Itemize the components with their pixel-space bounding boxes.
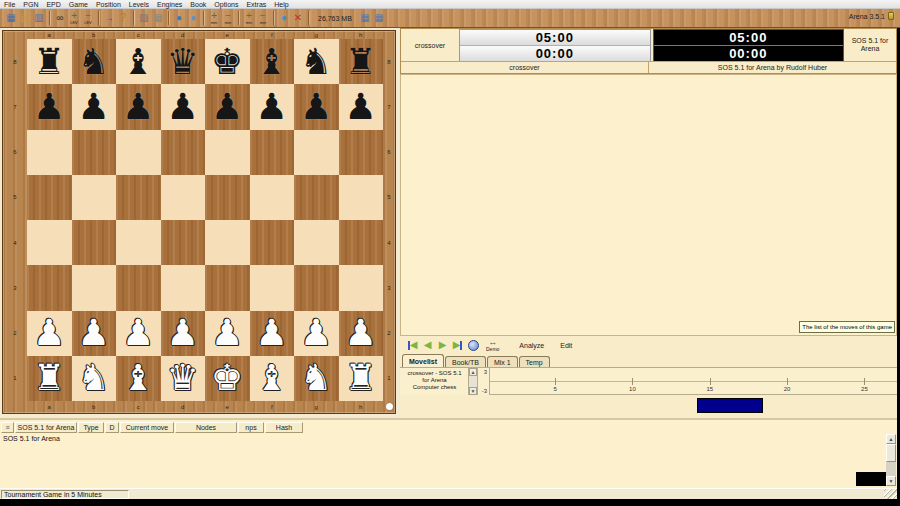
- square-d6[interactable]: [161, 130, 206, 175]
- output-scrollbar[interactable]: ▲ ▼: [886, 434, 896, 486]
- black-clock-main: 05:00: [654, 30, 844, 46]
- globe-search-icon[interactable]: ●: [172, 10, 186, 27]
- piece-black-pawn: ♟: [256, 87, 288, 127]
- movelist-panel[interactable]: The list of the moves of this game: [400, 74, 897, 336]
- square-a8[interactable]: ♜: [27, 39, 72, 84]
- file-label-g: g: [294, 31, 339, 39]
- rank-label-4: 4: [3, 220, 27, 265]
- square-h5[interactable]: [339, 175, 384, 220]
- eval-graph-baseline: [490, 381, 897, 382]
- piece-white-pawn: ♟: [345, 313, 377, 353]
- piece-black-pawn: ♟: [167, 87, 199, 127]
- menu-bar: FilePGNEPDGamePositionLevelsEnginesBookO…: [0, 0, 900, 9]
- piece-black-pawn: ♟: [122, 87, 154, 127]
- square-h6[interactable]: [339, 130, 384, 175]
- white-clock-secondary: 00:00: [460, 46, 650, 61]
- menu-extras[interactable]: Extras: [242, 0, 270, 9]
- engine-info-line: for Arena: [402, 377, 467, 384]
- menu-game[interactable]: Game: [65, 0, 92, 9]
- square-a6[interactable]: [27, 130, 72, 175]
- menu-file[interactable]: File: [0, 0, 19, 9]
- square-b3[interactable]: [72, 265, 117, 310]
- windows-layout-icon[interactable]: ▦: [372, 10, 386, 27]
- square-h8[interactable]: ♜: [339, 39, 384, 84]
- level-zoom-in-icon[interactable]: +LEV: [67, 10, 81, 27]
- rank-label-8: 8: [383, 39, 395, 84]
- edit-button[interactable]: Edit: [560, 342, 572, 349]
- square-h7[interactable]: ♟: [339, 84, 384, 129]
- square-g8[interactable]: ♞: [294, 39, 339, 84]
- skip-to-start-button[interactable]: ◀: [405, 339, 420, 352]
- square-b4[interactable]: [72, 220, 117, 265]
- file-label-d: d: [161, 31, 206, 39]
- square-e8[interactable]: ♚: [205, 39, 250, 84]
- piece-black-pawn: ♟: [78, 87, 110, 127]
- scrollbar-track: [886, 462, 896, 476]
- piece-white-knight: ♞: [300, 358, 332, 398]
- graph-tick-label: 10: [629, 386, 636, 392]
- piece-black-bishop: ♝: [122, 42, 154, 82]
- file-label-a: a: [27, 31, 72, 39]
- piece-black-bishop: ♝: [256, 42, 288, 82]
- square-c8[interactable]: ♝: [116, 39, 161, 84]
- piece-white-knight: ♞: [78, 358, 110, 398]
- board-panel: abcdefgh8♜♞♝♛♚♝♞♜87♟♟♟♟♟♟♟♟7665544332♟♟♟…: [0, 28, 400, 418]
- square-h2[interactable]: ♟: [339, 311, 384, 356]
- toolbar-separator: [308, 11, 309, 25]
- scrollbar-thumb[interactable]: [886, 444, 896, 462]
- board-frame-corner: [3, 31, 27, 39]
- rank-label-4: 4: [383, 220, 395, 265]
- toolbar-separator: [168, 11, 169, 25]
- square-g7[interactable]: ♟: [294, 84, 339, 129]
- menu-epd[interactable]: EPD: [42, 0, 64, 9]
- engines-close-icon[interactable]: ✕: [291, 10, 305, 27]
- move-now-icon[interactable]: →: [102, 10, 116, 27]
- rank-label-2: 2: [383, 311, 395, 356]
- rank-label-3: 3: [383, 265, 395, 310]
- square-d3[interactable]: [161, 265, 206, 310]
- piece-black-queen: ♛: [167, 42, 199, 82]
- y-max-label: 3: [480, 369, 487, 375]
- square-g1[interactable]: ♞: [294, 356, 339, 401]
- toolbar-separator: [49, 11, 50, 25]
- graph-tick-label: 15: [706, 386, 713, 392]
- new-board-icon[interactable]: ▦: [4, 10, 18, 27]
- graph-tick: [555, 378, 556, 385]
- square-f1[interactable]: ♝: [250, 356, 295, 401]
- file-label-h: h: [339, 31, 384, 39]
- graph-tick: [710, 378, 711, 385]
- square-b2[interactable]: ♟: [72, 311, 117, 356]
- output-column-sos-5-1-for-arena[interactable]: SOS 5.1 for Arena: [15, 422, 77, 433]
- graph-tick: [864, 378, 865, 385]
- square-d5[interactable]: [161, 175, 206, 220]
- help-icon[interactable]: ?: [116, 10, 130, 27]
- engine-output-header: ≡ SOS 5.1 for ArenaTypeDCurrent moveNode…: [1, 422, 303, 433]
- square-f5[interactable]: [250, 175, 295, 220]
- square-c3[interactable]: [116, 265, 161, 310]
- graph-tick-label: 20: [784, 386, 791, 392]
- square-c2[interactable]: ♟: [116, 311, 161, 356]
- menu-engines[interactable]: Engines: [153, 0, 186, 9]
- square-g4[interactable]: [294, 220, 339, 265]
- square-b5[interactable]: [72, 175, 117, 220]
- open-folder-icon[interactable]: ▤: [18, 10, 32, 27]
- movelist-tooltip: The list of the moves of this game: [799, 321, 895, 333]
- square-a1[interactable]: ♜: [27, 356, 72, 401]
- toolbar-separator: [133, 11, 134, 25]
- square-e5[interactable]: [205, 175, 250, 220]
- square-a7[interactable]: ♟: [27, 84, 72, 129]
- square-c7[interactable]: ♟: [116, 84, 161, 129]
- skip-to-end-button[interactable]: ▶: [450, 339, 465, 352]
- engine-output-panel: ≡ SOS 5.1 for ArenaTypeDCurrent moveNode…: [0, 418, 897, 497]
- toolbar-separator: [238, 11, 239, 25]
- notation-icon[interactable]: ▨: [137, 10, 151, 27]
- square-h3[interactable]: [339, 265, 384, 310]
- square-d2[interactable]: ♟: [161, 311, 206, 356]
- engine-info-scrollbar[interactable]: ▲ ▼: [468, 368, 477, 395]
- board-window-icon[interactable]: ▦: [358, 10, 372, 27]
- piece-black-pawn: ♟: [211, 87, 243, 127]
- square-e7[interactable]: ♟: [205, 84, 250, 129]
- piece-white-pawn: ♟: [211, 313, 243, 353]
- file-label-a: a: [27, 401, 72, 413]
- tab-mix-1[interactable]: Mix 1: [487, 356, 518, 367]
- piece-white-pawn: ♟: [167, 313, 199, 353]
- step-back-button[interactable]: ◀: [420, 339, 435, 352]
- toolbar-separator: [98, 11, 99, 25]
- piece-black-knight: ♞: [300, 42, 332, 82]
- square-f7[interactable]: ♟: [250, 84, 295, 129]
- rank-label-2: 2: [3, 311, 27, 356]
- rank-label-3: 3: [3, 265, 27, 310]
- square-e1[interactable]: ♚: [205, 356, 250, 401]
- square-e6[interactable]: [205, 130, 250, 175]
- piece-white-pawn: ♟: [33, 313, 65, 353]
- output-column-nps[interactable]: nps: [238, 422, 264, 433]
- rank-label-6: 6: [3, 130, 27, 175]
- board-frame-corner: [383, 31, 395, 39]
- piece-black-knight: ♞: [78, 42, 110, 82]
- world-icon[interactable]: ●: [277, 10, 291, 27]
- clock-caption-row: crossover SOS 5.1 for Arena by Rudolf Hu…: [401, 61, 896, 73]
- output-grip-button[interactable]: ≡: [1, 422, 14, 433]
- toolbar: ▦▤▥∞+LEV−LEV→?▨▦●●+min−min+min−min●✕ 26,…: [0, 9, 900, 28]
- app-title-area: Arena 3.5.1: [849, 12, 894, 20]
- eval-graph-y-axis: 3 -3: [478, 368, 490, 395]
- main-content: abcdefgh8♜♞♝♛♚♝♞♜87♟♟♟♟♟♟♟♟7665544332♟♟♟…: [0, 28, 897, 497]
- rank-label-5: 5: [383, 175, 395, 220]
- panel-tabs: MovelistBook/TBMix 1Temp: [400, 354, 897, 367]
- demo-arrows-icon: ↔: [488, 338, 497, 346]
- black-clock: 05:00 00:00: [653, 29, 845, 61]
- eval-graph[interactable]: 510152025: [490, 368, 897, 395]
- square-c4[interactable]: [116, 220, 161, 265]
- square-d1[interactable]: ♛: [161, 356, 206, 401]
- white-clock-main: 05:00: [460, 30, 650, 46]
- file-label-c: c: [116, 401, 161, 413]
- output-column-hash[interactable]: Hash: [265, 422, 303, 433]
- file-label-h: h: [339, 401, 384, 413]
- output-column-d[interactable]: D: [105, 422, 119, 433]
- graph-tick: [632, 378, 633, 385]
- file-label-c: c: [116, 31, 161, 39]
- engine-info-box[interactable]: crossover - SOS 5.1for ArenaComputer che…: [400, 368, 478, 395]
- chess-board: abcdefgh8♜♞♝♛♚♝♞♜87♟♟♟♟♟♟♟♟7665544332♟♟♟…: [2, 30, 396, 414]
- menu-position[interactable]: Position: [92, 0, 125, 9]
- rank-label-7: 7: [3, 84, 27, 129]
- scrollbar-up-icon[interactable]: ▲: [886, 434, 896, 444]
- piece-white-rook: ♜: [345, 358, 377, 398]
- square-c1[interactable]: ♝: [116, 356, 161, 401]
- menu-help[interactable]: Help: [270, 0, 292, 9]
- toolbar-separator: [203, 11, 204, 25]
- autoplay-icon[interactable]: [468, 340, 479, 351]
- square-f2[interactable]: ♟: [250, 311, 295, 356]
- piece-black-pawn: ♟: [300, 87, 332, 127]
- graph-tick-label: 25: [861, 386, 868, 392]
- piece-white-bishop: ♝: [122, 358, 154, 398]
- step-forward-button[interactable]: ▶: [435, 339, 450, 352]
- engine-name: SOS 5.1 for Arena: [3, 435, 60, 442]
- piece-white-queen: ♛: [167, 358, 199, 398]
- output-black-indicator: [856, 472, 886, 486]
- menu-options[interactable]: Options: [210, 0, 242, 9]
- file-label-d: d: [161, 401, 206, 413]
- square-b6[interactable]: [72, 130, 117, 175]
- square-g5[interactable]: [294, 175, 339, 220]
- board-frame-corner: [3, 401, 27, 413]
- board-frame-corner: [383, 401, 395, 413]
- file-label-f: f: [250, 401, 295, 413]
- menu-levels[interactable]: Levels: [125, 0, 153, 9]
- arena-logo-icon: [888, 12, 894, 20]
- rank-label-1: 1: [383, 356, 395, 401]
- piece-white-pawn: ♟: [300, 313, 332, 353]
- file-label-e: e: [205, 401, 250, 413]
- time-plus-icon[interactable]: +min: [207, 10, 221, 27]
- piece-white-pawn: ♟: [256, 313, 288, 353]
- engine-strip: crossover - SOS 5.1for ArenaComputer che…: [400, 367, 897, 395]
- rank-label-7: 7: [383, 84, 395, 129]
- save-icon[interactable]: ▥: [32, 10, 46, 27]
- memory-label: 26,763 MB: [312, 15, 358, 22]
- increment-plus-icon[interactable]: +min: [242, 10, 256, 27]
- scroll-up-icon[interactable]: ▲: [469, 368, 477, 376]
- piece-white-bishop: ♝: [256, 358, 288, 398]
- square-e3[interactable]: [205, 265, 250, 310]
- file-label-f: f: [250, 31, 295, 39]
- square-h4[interactable]: [339, 220, 384, 265]
- output-column-current-move[interactable]: Current move: [120, 422, 174, 433]
- file-label-g: g: [294, 401, 339, 413]
- square-d7[interactable]: ♟: [161, 84, 206, 129]
- engine-info-line: Computer chess: [402, 384, 467, 391]
- piece-black-pawn: ♟: [33, 87, 65, 127]
- piece-black-king: ♚: [211, 42, 243, 82]
- tab-temp[interactable]: Temp: [519, 356, 550, 367]
- black-player-label: SOS 5.1 for Arena: [844, 29, 896, 61]
- square-a3[interactable]: [27, 265, 72, 310]
- scroll-down-icon[interactable]: ▼: [469, 387, 477, 395]
- square-g2[interactable]: ♟: [294, 311, 339, 356]
- graph-tick-label: 5: [553, 386, 556, 392]
- black-caption: SOS 5.1 for Arena by Rudolf Huber: [649, 62, 896, 73]
- output-column-nodes[interactable]: Nodes: [175, 422, 237, 433]
- square-a5[interactable]: [27, 175, 72, 220]
- menu-pgn[interactable]: PGN: [19, 0, 42, 9]
- status-message: Tournament Game in 5 Minutes: [1, 490, 129, 499]
- output-column-type[interactable]: Type: [78, 422, 104, 433]
- square-d8[interactable]: ♛: [161, 39, 206, 84]
- piece-black-pawn: ♟: [345, 87, 377, 127]
- square-e2[interactable]: ♟: [205, 311, 250, 356]
- engine-info-line: crossover - SOS 5.1: [402, 370, 467, 377]
- square-f4[interactable]: [250, 220, 295, 265]
- lower-strip: [400, 395, 897, 418]
- clock-main-row: crossover 05:00 00:00 05:00 00:00 SOS 5.…: [401, 29, 896, 61]
- tab-movelist[interactable]: Movelist: [402, 354, 444, 367]
- resize-grip[interactable]: [884, 489, 897, 499]
- demo-button[interactable]: ↔ Demo: [486, 338, 499, 352]
- square-c6[interactable]: [116, 130, 161, 175]
- tab-book-tb[interactable]: Book/TB: [445, 356, 486, 367]
- square-c5[interactable]: [116, 175, 161, 220]
- square-g6[interactable]: [294, 130, 339, 175]
- black-clock-secondary: 00:00: [654, 46, 844, 61]
- piece-white-pawn: ♟: [78, 313, 110, 353]
- square-f6[interactable]: [250, 130, 295, 175]
- rank-label-1: 1: [3, 356, 27, 401]
- square-d4[interactable]: [161, 220, 206, 265]
- file-label-b: b: [72, 401, 117, 413]
- piece-black-rook: ♜: [33, 42, 65, 82]
- square-e4[interactable]: [205, 220, 250, 265]
- grip-icon: ≡: [5, 424, 9, 431]
- level-zoom-out-icon[interactable]: −LEV: [81, 10, 95, 27]
- status-bar: Tournament Game in 5 Minutes: [0, 488, 897, 499]
- square-b1[interactable]: ♞: [72, 356, 117, 401]
- piece-white-rook: ♜: [33, 358, 65, 398]
- graph-tick: [787, 378, 788, 385]
- rank-label-8: 8: [3, 39, 27, 84]
- square-b7[interactable]: ♟: [72, 84, 117, 129]
- app-title: Arena 3.5.1: [849, 13, 885, 20]
- square-g3[interactable]: [294, 265, 339, 310]
- piece-white-pawn: ♟: [122, 313, 154, 353]
- move-navigation-bar: ◀ ◀ ▶ ▶ ↔ Demo Analyze Edit: [400, 336, 897, 354]
- globe-search-2-icon[interactable]: ●: [186, 10, 200, 27]
- square-h1[interactable]: ♜: [339, 356, 384, 401]
- piece-white-king: ♚: [211, 358, 243, 398]
- pgn-list-icon[interactable]: ▦: [151, 10, 165, 27]
- analyze-button[interactable]: Analyze: [519, 342, 544, 349]
- square-a2[interactable]: ♟: [27, 311, 72, 356]
- white-clock: 05:00 00:00: [459, 29, 651, 61]
- square-f3[interactable]: [250, 265, 295, 310]
- infinity-mode-icon[interactable]: ∞: [53, 10, 67, 27]
- time-minus-icon[interactable]: −min: [221, 10, 235, 27]
- rank-label-5: 5: [3, 175, 27, 220]
- square-f8[interactable]: ♝: [250, 39, 295, 84]
- toolbar-separator: [273, 11, 274, 25]
- y-min-label: -3: [480, 388, 487, 394]
- white-caption: crossover: [401, 62, 649, 73]
- scrollbar-down-icon[interactable]: ▼: [886, 476, 896, 486]
- menu-book[interactable]: Book: [186, 0, 210, 9]
- file-label-b: b: [72, 31, 117, 39]
- clock-panel: crossover 05:00 00:00 05:00 00:00 SOS 5.…: [400, 28, 897, 74]
- square-a4[interactable]: [27, 220, 72, 265]
- increment-minus-icon[interactable]: −min: [256, 10, 270, 27]
- white-player-label: crossover: [401, 29, 459, 61]
- rank-label-6: 6: [383, 130, 395, 175]
- progress-indicator: [697, 398, 763, 413]
- white-to-move-indicator: [386, 403, 393, 410]
- piece-black-rook: ♜: [345, 42, 377, 82]
- file-label-e: e: [205, 31, 250, 39]
- square-b8[interactable]: ♞: [72, 39, 117, 84]
